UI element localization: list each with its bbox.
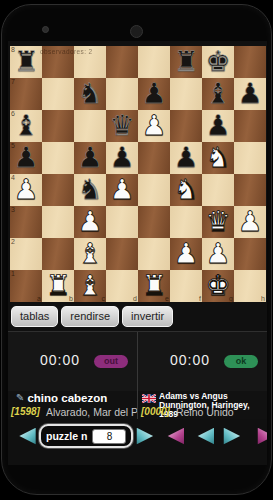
- square-a4[interactable]: ♟4: [10, 174, 42, 206]
- square-h2[interactable]: [234, 238, 266, 270]
- square-d7[interactable]: [106, 78, 138, 110]
- rank-label-2: 2: [11, 238, 15, 245]
- file-label-b: b: [69, 295, 73, 302]
- proximity-sensor-icon: [42, 26, 49, 33]
- white-pawn: ♟: [234, 206, 266, 238]
- black-pawn: ♟: [170, 142, 202, 174]
- square-a5[interactable]: ♟5: [10, 142, 42, 174]
- rank-label-1: 1: [11, 270, 15, 277]
- player-right-rating: [0000]: [141, 406, 170, 418]
- square-g5[interactable]: ♞: [202, 142, 234, 174]
- white-pawn: ♟: [202, 238, 234, 270]
- square-a2[interactable]: 2: [10, 238, 42, 270]
- square-a7[interactable]: 7: [10, 78, 42, 110]
- square-h7[interactable]: ♟: [234, 78, 266, 110]
- black-bishop: ♝: [202, 78, 234, 110]
- file-label-d: d: [133, 295, 137, 302]
- black-status-badge: ok: [224, 355, 258, 368]
- white-knight: ♞: [170, 174, 202, 206]
- square-g6[interactable]: ♟: [202, 110, 234, 142]
- player-left-name: chino cabezon: [27, 392, 107, 404]
- square-e2[interactable]: [138, 238, 170, 270]
- next-puzzle-arrow-icon[interactable]: [136, 428, 153, 445]
- black-knight: ♞: [74, 78, 106, 110]
- edit-pencil-icon: ✎: [16, 392, 24, 403]
- square-b2[interactable]: [42, 238, 74, 270]
- square-e7[interactable]: ♟: [138, 78, 170, 110]
- player-right-location: Reino Unido: [176, 406, 234, 418]
- square-g8[interactable]: ♚: [202, 46, 234, 78]
- white-clock-time: 00:00: [40, 352, 80, 368]
- square-f4[interactable]: ♞: [170, 174, 202, 206]
- white-pawn: ♟: [138, 110, 170, 142]
- square-f1[interactable]: f: [170, 270, 202, 302]
- white-status-badge: out: [94, 355, 128, 368]
- square-f2[interactable]: ♟: [170, 238, 202, 270]
- square-d3[interactable]: [106, 206, 138, 238]
- black-king: ♚: [202, 46, 234, 78]
- square-h6[interactable]: [234, 110, 266, 142]
- square-b1[interactable]: ♜b: [42, 270, 74, 302]
- square-h4[interactable]: [234, 174, 266, 206]
- flip-board-button[interactable]: invertir: [122, 306, 173, 327]
- black-rook: ♜: [170, 46, 202, 78]
- next-move-arrow-icon[interactable]: [223, 428, 240, 445]
- clock-white: 00:00 out: [8, 332, 138, 392]
- clock-black: 00:00 ok: [138, 332, 267, 392]
- players-section: ✎ chino cabezon [1598] Alvarado, Mar del…: [8, 391, 267, 419]
- player-right: Adams vs Angus Dunnington, Haringey, 198…: [138, 391, 267, 419]
- file-label-c: c: [102, 295, 106, 302]
- file-label-f: f: [199, 295, 201, 302]
- black-pawn: ♟: [106, 142, 138, 174]
- rank-label-5: 5: [11, 142, 15, 149]
- player-left-location: Alvarado, Mar del Plata: [46, 406, 138, 418]
- player-left: ✎ chino cabezon [1598] Alvarado, Mar del…: [8, 391, 138, 419]
- square-e8[interactable]: [138, 46, 170, 78]
- navigation-bar: puzzle n: [8, 421, 267, 451]
- square-d5[interactable]: ♟: [106, 142, 138, 174]
- square-e3[interactable]: [138, 206, 170, 238]
- square-e4[interactable]: [138, 174, 170, 206]
- square-f3[interactable]: [170, 206, 202, 238]
- square-c5[interactable]: ♟: [74, 142, 106, 174]
- front-camera-icon: [130, 25, 143, 38]
- black-pawn: ♟: [138, 78, 170, 110]
- file-label-e: e: [165, 295, 169, 302]
- rank-label-4: 4: [11, 174, 15, 181]
- white-bishop: ♝: [74, 238, 106, 270]
- square-b3[interactable]: [42, 206, 74, 238]
- square-d1[interactable]: d: [106, 270, 138, 302]
- action-toolbar: tablas rendirse invertir: [11, 306, 173, 327]
- black-clock-time: 00:00: [170, 352, 210, 368]
- puzzle-number-input[interactable]: [92, 429, 126, 444]
- square-c3[interactable]: ♟: [74, 206, 106, 238]
- square-e6[interactable]: ♟: [138, 110, 170, 142]
- rank-label-6: 6: [11, 110, 15, 117]
- square-f5[interactable]: ♟: [170, 142, 202, 174]
- rank-label-7: 7: [11, 78, 15, 85]
- white-pawn: ♟: [74, 206, 106, 238]
- white-pawn: ♟: [170, 238, 202, 270]
- square-g4[interactable]: [202, 174, 234, 206]
- draw-button[interactable]: tablas: [11, 306, 58, 327]
- square-e5[interactable]: [138, 142, 170, 174]
- white-pawn: ♟: [106, 174, 138, 206]
- square-g1[interactable]: ♚g: [202, 270, 234, 302]
- square-h1[interactable]: h: [234, 270, 266, 302]
- square-c2[interactable]: ♝: [74, 238, 106, 270]
- rank-label-3: 3: [11, 206, 15, 213]
- uk-flag-icon: [142, 394, 156, 403]
- square-a8[interactable]: ♜8: [10, 46, 42, 78]
- square-b5[interactable]: [42, 142, 74, 174]
- square-d2[interactable]: [106, 238, 138, 270]
- square-h3[interactable]: ♟: [234, 206, 266, 238]
- square-a3[interactable]: 3: [10, 206, 42, 238]
- white-knight: ♞: [202, 142, 234, 174]
- puzzle-selector: puzzle n: [39, 424, 133, 448]
- file-label-a: a: [37, 295, 41, 302]
- square-b4[interactable]: [42, 174, 74, 206]
- black-queen: ♛: [106, 110, 138, 142]
- white-queen: ♛: [202, 206, 234, 238]
- rank-label-8: 8: [11, 46, 15, 53]
- square-c7[interactable]: ♞: [74, 78, 106, 110]
- phone-mockup: ♜8♜♚7♞♟♝♟♝6♛♟♟♟5♟♟♟♞♟4♞♟♞3♟♛♟2♝♟♟1a♜b♝cd…: [0, 0, 273, 500]
- black-pawn: ♟: [234, 78, 266, 110]
- chess-board: ♜8♜♚7♞♟♝♟♝6♛♟♟♟5♟♟♟♞♟4♞♟♞3♟♛♟2♝♟♟1a♜b♝cd…: [10, 46, 266, 302]
- file-label-h: h: [261, 295, 265, 302]
- board-watermark: observadores: 2: [40, 48, 93, 55]
- square-g2[interactable]: ♟: [202, 238, 234, 270]
- square-c4[interactable]: ♞: [74, 174, 106, 206]
- square-a6[interactable]: ♝6: [10, 110, 42, 142]
- square-g3[interactable]: ♛: [202, 206, 234, 238]
- clocks-section: 00:00 out 00:00 ok: [8, 331, 267, 393]
- square-e1[interactable]: ♜e: [138, 270, 170, 302]
- resign-button[interactable]: rendirse: [61, 306, 119, 327]
- puzzle-number-label: puzzle n: [46, 430, 87, 442]
- black-pawn: ♟: [74, 142, 106, 174]
- prev-move-arrow-icon[interactable]: [197, 428, 214, 445]
- file-label-g: g: [229, 295, 233, 302]
- square-h8[interactable]: [234, 46, 266, 78]
- prev-puzzle-arrow-icon[interactable]: [19, 428, 36, 445]
- square-f8[interactable]: ♜: [170, 46, 202, 78]
- square-a1[interactable]: 1a: [10, 270, 42, 302]
- square-d6[interactable]: ♛: [106, 110, 138, 142]
- black-knight: ♞: [74, 174, 106, 206]
- square-h5[interactable]: [234, 142, 266, 174]
- square-c6[interactable]: [74, 110, 106, 142]
- phone-frame: ♜8♜♚7♞♟♝♟♝6♛♟♟♟5♟♟♟♞♟4♞♟♞3♟♛♟2♝♟♟1a♜b♝cd…: [1, 4, 272, 495]
- app-screen: ♜8♜♚7♞♟♝♟♝6♛♟♟♟5♟♟♟♞♟4♞♟♞3♟♛♟2♝♟♟1a♜b♝cd…: [8, 41, 267, 465]
- square-d8[interactable]: [106, 46, 138, 78]
- square-f7[interactable]: [170, 78, 202, 110]
- square-d4[interactable]: ♟: [106, 174, 138, 206]
- first-move-arrow-icon[interactable]: [167, 428, 184, 445]
- square-b7[interactable]: [42, 78, 74, 110]
- square-b6[interactable]: [42, 110, 74, 142]
- square-c1[interactable]: ♝c: [74, 270, 106, 302]
- square-f6[interactable]: [170, 110, 202, 142]
- player-left-rating: [1598]: [11, 406, 40, 418]
- black-pawn: ♟: [202, 110, 234, 142]
- square-g7[interactable]: ♝: [202, 78, 234, 110]
- last-move-arrow-icon[interactable]: [257, 428, 267, 445]
